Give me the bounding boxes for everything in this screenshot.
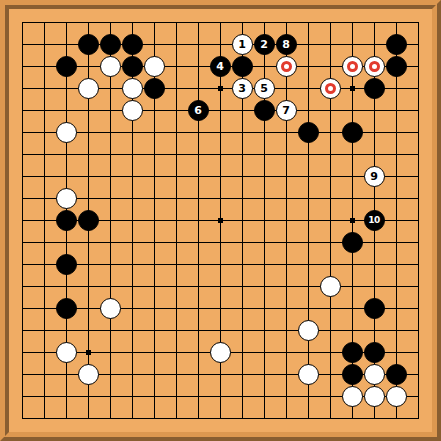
- black-stone: [364, 78, 385, 99]
- white-stone: [298, 320, 319, 341]
- move-number: 9: [370, 170, 378, 181]
- white-stone: 7: [276, 100, 297, 121]
- circle-marker-icon: [325, 83, 336, 94]
- black-stone: [56, 254, 77, 275]
- move-number: 10: [368, 215, 380, 224]
- white-stone: [56, 188, 77, 209]
- black-stone: [78, 34, 99, 55]
- move-number: 8: [282, 38, 290, 49]
- black-stone: [298, 122, 319, 143]
- black-stone: [56, 298, 77, 319]
- white-stone: [100, 298, 121, 319]
- white-stone: [364, 386, 385, 407]
- white-stone: 5: [254, 78, 275, 99]
- white-stone: [78, 364, 99, 385]
- move-number: 3: [238, 82, 246, 93]
- go-board-frame: 12843567910: [0, 0, 441, 441]
- black-stone: [232, 56, 253, 77]
- white-stone: 9: [364, 166, 385, 187]
- white-stone: [298, 364, 319, 385]
- white-stone: [386, 386, 407, 407]
- black-stone: 8: [276, 34, 297, 55]
- black-stone: [144, 78, 165, 99]
- black-stone: [342, 122, 363, 143]
- black-stone: 10: [364, 210, 385, 231]
- white-stone: [342, 56, 363, 77]
- black-stone: [122, 34, 143, 55]
- white-stone: [100, 56, 121, 77]
- black-stone: [386, 34, 407, 55]
- black-stone: 2: [254, 34, 275, 55]
- black-stone: [342, 342, 363, 363]
- white-stone: [122, 78, 143, 99]
- white-stone: [78, 78, 99, 99]
- black-stone: 4: [210, 56, 231, 77]
- white-stone: [320, 276, 341, 297]
- white-stone: [144, 56, 165, 77]
- black-stone: [386, 56, 407, 77]
- move-number: 2: [260, 38, 268, 49]
- white-stone: [320, 78, 341, 99]
- black-stone: [254, 100, 275, 121]
- white-stone: 1: [232, 34, 253, 55]
- white-stone: [342, 386, 363, 407]
- circle-marker-icon: [281, 61, 292, 72]
- go-board: 12843567910: [9, 9, 432, 432]
- black-stone: [100, 34, 121, 55]
- black-stone: [56, 56, 77, 77]
- white-stone: 3: [232, 78, 253, 99]
- white-stone: [210, 342, 231, 363]
- white-stone: [276, 56, 297, 77]
- black-stone: [78, 210, 99, 231]
- black-stone: [364, 298, 385, 319]
- move-number: 1: [238, 38, 246, 49]
- move-number: 4: [216, 60, 224, 71]
- white-stone: [364, 56, 385, 77]
- circle-marker-icon: [347, 61, 358, 72]
- white-stone: [56, 122, 77, 143]
- white-stone: [364, 364, 385, 385]
- black-stone: 6: [188, 100, 209, 121]
- move-number: 7: [282, 104, 290, 115]
- stones-layer: 12843567910: [11, 11, 429, 429]
- move-number: 5: [260, 82, 268, 93]
- black-stone: [56, 210, 77, 231]
- black-stone: [364, 342, 385, 363]
- black-stone: [386, 364, 407, 385]
- white-stone: [122, 100, 143, 121]
- white-stone: [56, 342, 77, 363]
- black-stone: [122, 56, 143, 77]
- black-stone: [342, 364, 363, 385]
- circle-marker-icon: [369, 61, 380, 72]
- black-stone: [342, 232, 363, 253]
- move-number: 6: [194, 104, 202, 115]
